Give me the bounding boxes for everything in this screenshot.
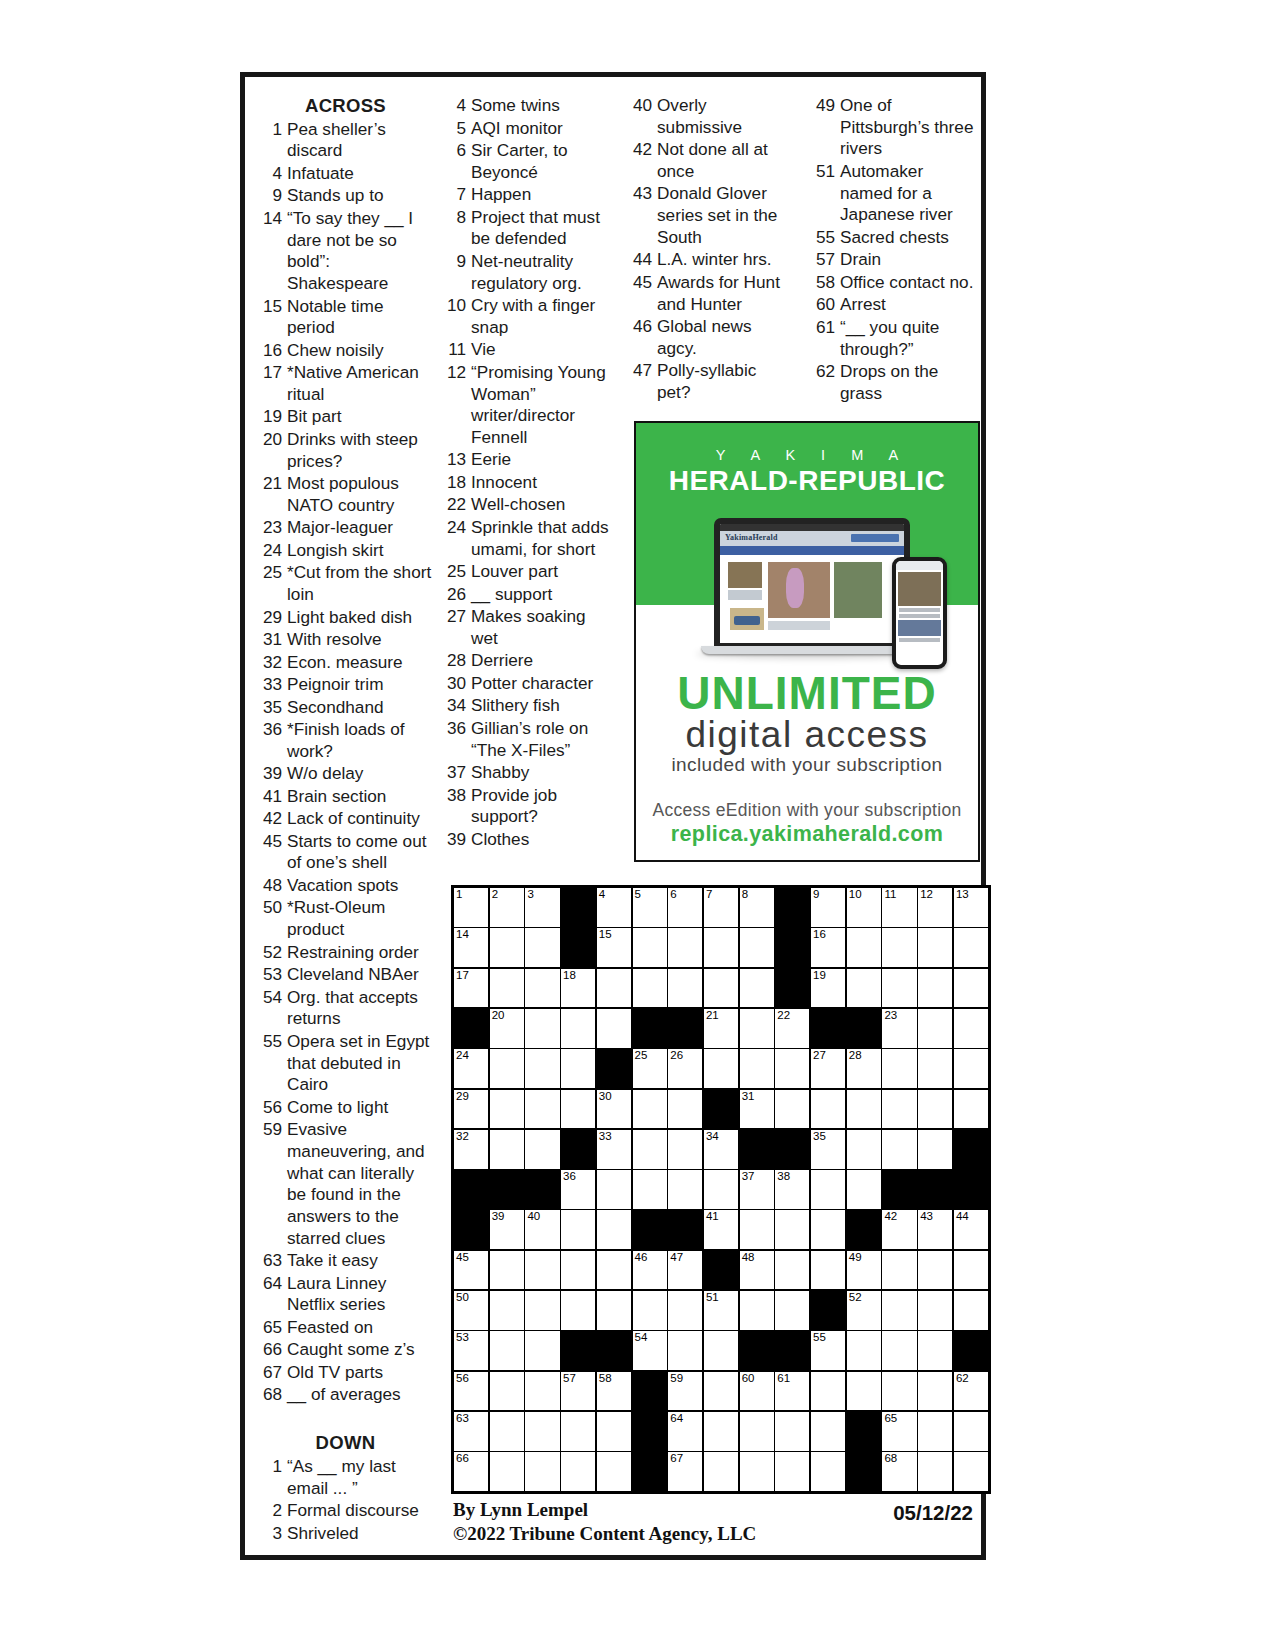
clue-number: 21 [255,473,287,516]
cell-r14c3[interactable] [525,1412,559,1451]
cell-r10c14[interactable] [918,1251,952,1290]
clue-text: Evasive maneuvering, and what can litera… [287,1119,436,1249]
cell-r5c1[interactable]: 24 [454,1049,488,1088]
cell-r4c14[interactable] [918,1009,952,1048]
site-logo-text: YakimaHerald [725,533,778,542]
clue-text: Org. that accepts returns [287,987,436,1030]
cell-r2c13[interactable] [882,928,916,967]
cell-r2c9[interactable] [740,928,774,967]
clue-text: Clothes [471,829,613,851]
cell-number-25: 25 [635,1049,648,1062]
cell-r10c4[interactable] [561,1251,595,1290]
cell-r10c2[interactable] [490,1251,524,1290]
cell-r8c4[interactable]: 36 [561,1170,595,1209]
cell-r1c8[interactable]: 7 [704,888,738,927]
subscription-ad: Y A K I M A HERALD-REPUBLIC YakimaHerald [634,421,980,862]
cell-number-42: 42 [884,1210,897,1223]
cell-r5c8[interactable] [704,1049,738,1088]
cell-r12c6[interactable]: 54 [633,1331,667,1370]
clue-text: Sprinkle that adds umami, for short [471,517,613,560]
cell-r8c12[interactable] [847,1170,881,1209]
cell-r15c4[interactable] [561,1452,595,1491]
cell-r15c15[interactable] [954,1452,988,1491]
clue-8: 8Project that must be defended [439,207,613,250]
cell-r6c6[interactable] [633,1090,667,1129]
cell-number-58: 58 [599,1372,612,1385]
cell-r10c7[interactable]: 47 [668,1251,702,1290]
clue-text: Net-neutrality regulatory org. [471,251,613,294]
news-photo-left [728,562,762,588]
cell-r4c3[interactable] [525,1009,559,1048]
clue-31: 31With resolve [255,629,436,651]
cell-r11c12[interactable]: 52 [847,1291,881,1330]
cell-r7c1[interactable]: 32 [454,1130,488,1169]
cell-r6c5[interactable]: 30 [597,1090,631,1129]
cell-r6c2[interactable] [490,1090,524,1129]
cell-r11c3[interactable] [525,1291,559,1330]
cell-number-24: 24 [456,1049,469,1062]
black-cell-r12c15 [954,1331,988,1370]
cell-r15c3[interactable] [525,1452,559,1491]
clue-text: Chew noisily [287,340,436,362]
cell-r3c2[interactable] [490,969,524,1008]
laptop-image: YakimaHerald [714,518,910,654]
cell-r11c10[interactable] [775,1291,809,1330]
cell-r10c11[interactable] [811,1251,845,1290]
clue-text: Automaker named for a Japanese river [840,161,979,226]
cell-r4c4[interactable] [561,1009,595,1048]
cell-r9c5[interactable] [597,1210,631,1249]
cell-r3c4[interactable]: 18 [561,969,595,1008]
cell-r10c5[interactable] [597,1251,631,1290]
cell-r5c12[interactable]: 28 [847,1049,881,1088]
clue-number: 6 [439,140,471,183]
clue-number: 43 [625,183,657,248]
clue-41: 41Brain section [255,786,436,808]
cell-r9c13[interactable]: 42 [882,1210,916,1249]
cell-r7c3[interactable] [525,1130,559,1169]
cell-r13c4[interactable]: 57 [561,1372,595,1411]
cell-r8c5[interactable] [597,1170,631,1209]
clue-number: 33 [255,674,287,696]
cell-r3c9[interactable] [740,969,774,1008]
cell-r4c8[interactable]: 21 [704,1009,738,1048]
clue-29: 29Light baked dish [255,607,436,629]
cell-r3c7[interactable] [668,969,702,1008]
cell-r9c11[interactable] [811,1210,845,1249]
cell-r13c5[interactable]: 58 [597,1372,631,1411]
cell-r9c4[interactable] [561,1210,595,1249]
cell-r6c12[interactable] [847,1090,881,1129]
cell-r4c15[interactable] [954,1009,988,1048]
cell-number-4: 4 [599,888,605,901]
cell-r3c14[interactable] [918,969,952,1008]
cell-r5c9[interactable] [740,1049,774,1088]
cell-r2c14[interactable] [918,928,952,967]
clue-65: 65Feasted on [255,1317,436,1339]
clue-18: 18Innocent [439,472,613,494]
clue-text: Longish skirt [287,540,436,562]
clue-text: “Promising Young Woman” writer/director … [471,362,613,449]
cell-r3c5[interactable] [597,969,631,1008]
cell-r5c4[interactable] [561,1049,595,1088]
clue-number: 49 [808,95,840,160]
cell-r7c8[interactable]: 34 [704,1130,738,1169]
black-cell-r8c3 [525,1170,559,1209]
cell-r9c14[interactable]: 43 [918,1210,952,1249]
cell-r12c8[interactable] [704,1331,738,1370]
cell-r15c2[interactable] [490,1452,524,1491]
cell-r6c15[interactable] [954,1090,988,1129]
cell-r11c9[interactable] [740,1291,774,1330]
clue-text: __ support [471,584,613,606]
cell-r11c4[interactable] [561,1291,595,1330]
phone-text-bar [899,614,940,618]
cell-number-7: 7 [706,888,712,901]
cell-r11c5[interactable] [597,1291,631,1330]
clue-42: 42Not done all at once [625,139,787,182]
cell-r1c9[interactable]: 8 [740,888,774,927]
cell-r14c10[interactable] [775,1412,809,1451]
cell-r10c10[interactable] [775,1251,809,1290]
cell-number-67: 67 [670,1452,683,1465]
cell-r5c15[interactable] [954,1049,988,1088]
cell-r15c8[interactable] [704,1452,738,1491]
cell-r9c3[interactable]: 40 [525,1210,559,1249]
cell-r13c3[interactable] [525,1372,559,1411]
clue-number: 24 [255,540,287,562]
clue-text: Drain [840,249,979,271]
cell-r2c12[interactable] [847,928,881,967]
clue-number: 37 [439,762,471,784]
clue-text: Starts to come out of one’s shell [287,831,436,874]
cell-r10c12[interactable]: 49 [847,1251,881,1290]
clue-text: Provide job support? [471,785,613,828]
cell-r13c11[interactable] [811,1372,845,1411]
cell-r9c8[interactable]: 41 [704,1210,738,1249]
cell-r13c7[interactable]: 59 [668,1372,702,1411]
laptop-screen: YakimaHerald [714,518,910,647]
newspaper-crossword-page: ACROSS1Pea sheller’s discard4Infatuate9S… [0,0,1265,1638]
cell-r4c9[interactable] [740,1009,774,1048]
cell-r4c10[interactable]: 22 [775,1009,809,1048]
cell-r4c13[interactable]: 23 [882,1009,916,1048]
clue-text: Old TV parts [287,1362,436,1384]
cell-r8c11[interactable] [811,1170,845,1209]
cell-r13c12[interactable] [847,1372,881,1411]
cell-r2c7[interactable] [668,928,702,967]
clue-number: 41 [255,786,287,808]
phone-text-bar [899,638,940,642]
black-cell-r1c10 [775,888,809,927]
cell-r15c10[interactable] [775,1452,809,1491]
clue-text: Donald Glover series set in the South [657,183,787,248]
cell-r14c4[interactable] [561,1412,595,1451]
cell-r6c1[interactable]: 29 [454,1090,488,1129]
cell-r3c3[interactable] [525,969,559,1008]
cell-number-12: 12 [920,888,933,901]
cell-r13c15[interactable]: 62 [954,1372,988,1411]
cell-r2c2[interactable] [490,928,524,967]
cell-r12c11[interactable]: 55 [811,1331,845,1370]
black-cell-r5c5 [597,1049,631,1088]
cell-number-55: 55 [813,1331,826,1344]
cell-r3c13[interactable] [882,969,916,1008]
cell-r14c2[interactable] [490,1412,524,1451]
cell-r2c1[interactable]: 14 [454,928,488,967]
clue-15: 15Notable time period [255,296,436,339]
cell-r13c10[interactable]: 61 [775,1372,809,1411]
clue-22: 22Well-chosen [439,494,613,516]
cell-r3c15[interactable] [954,969,988,1008]
news-caption-left [728,590,762,600]
cell-r13c9[interactable]: 60 [740,1372,774,1411]
cell-r5c7[interactable]: 26 [668,1049,702,1088]
clue-number: 32 [255,652,287,674]
black-cell-r4c12 [847,1009,881,1048]
cell-r15c5[interactable] [597,1452,631,1491]
cell-r8c10[interactable]: 38 [775,1170,809,1209]
cell-r5c11[interactable]: 27 [811,1049,845,1088]
clue-number: 30 [439,673,471,695]
cell-r15c7[interactable]: 67 [668,1452,702,1491]
clue-14: 14“To say they __ I dare not be so bold”… [255,208,436,295]
clue-text: Light baked dish [287,607,436,629]
news-photo-car [734,616,760,625]
cell-r4c5[interactable] [597,1009,631,1048]
cell-r2c11[interactable]: 16 [811,928,845,967]
cell-r7c13[interactable] [882,1130,916,1169]
cell-r8c7[interactable] [668,1170,702,1209]
cell-r14c8[interactable] [704,1412,738,1451]
clue-text: Drinks with steep prices? [287,429,436,472]
cell-r2c3[interactable] [525,928,559,967]
cell-r3c6[interactable] [633,969,667,1008]
cell-r10c9[interactable]: 48 [740,1251,774,1290]
cell-r1c11[interactable]: 9 [811,888,845,927]
cell-r1c13[interactable]: 11 [882,888,916,927]
cell-r15c9[interactable] [740,1452,774,1491]
cell-r13c1[interactable]: 56 [454,1372,488,1411]
cell-r10c13[interactable] [882,1251,916,1290]
cell-r12c2[interactable] [490,1331,524,1370]
clue-number: 47 [625,360,657,403]
black-cell-r9c12 [847,1210,881,1249]
clue-number: 65 [255,1317,287,1339]
clue-17: 17*Native American ritual [255,362,436,405]
cell-r5c2[interactable] [490,1049,524,1088]
clue-37: 37Shabby [439,762,613,784]
clue-number: 59 [255,1119,287,1249]
cell-r3c12[interactable] [847,969,881,1008]
ad-url-link[interactable]: replica.yakimaherald.com [636,822,978,847]
clue-number: 23 [255,517,287,539]
laptop-base [701,646,923,654]
cell-r9c10[interactable] [775,1210,809,1249]
cell-r1c2[interactable]: 2 [490,888,524,927]
clue-text: *Finish loads of work? [287,719,436,762]
cell-r15c1[interactable]: 66 [454,1452,488,1491]
cell-r11c6[interactable] [633,1291,667,1330]
clue-text: Overly submissive [657,95,787,138]
cell-r11c14[interactable] [918,1291,952,1330]
cell-r7c6[interactable] [633,1130,667,1169]
cell-r12c12[interactable] [847,1331,881,1370]
cell-r9c15[interactable]: 44 [954,1210,988,1249]
cell-r8c6[interactable] [633,1170,667,1209]
cell-r1c14[interactable]: 12 [918,888,952,927]
cell-r11c8[interactable]: 51 [704,1291,738,1330]
black-cell-r2c4 [561,928,595,967]
cell-r5c10[interactable] [775,1049,809,1088]
cell-number-53: 53 [456,1331,469,1344]
cell-r7c14[interactable] [918,1130,952,1169]
cell-r10c3[interactable] [525,1251,559,1290]
cell-r2c8[interactable] [704,928,738,967]
site-masthead: YakimaHerald [720,531,904,546]
cell-r14c7[interactable]: 64 [668,1412,702,1451]
cell-r2c5[interactable]: 15 [597,928,631,967]
ad-tagline: included with your subscription [636,754,978,776]
cell-r5c14[interactable] [918,1049,952,1088]
cell-r2c6[interactable] [633,928,667,967]
cell-r10c1[interactable]: 45 [454,1251,488,1290]
cell-r14c1[interactable]: 63 [454,1412,488,1451]
cell-r1c12[interactable]: 10 [847,888,881,927]
cell-r11c15[interactable] [954,1291,988,1330]
cell-r12c1[interactable]: 53 [454,1331,488,1370]
cell-r7c12[interactable] [847,1130,881,1169]
clue-column-1: ACROSS1Pea sheller’s discard4Infatuate9S… [255,95,436,1545]
cell-r15c11[interactable] [811,1452,845,1491]
clue-text: Opera set in Egypt that debuted in Cairo [287,1031,436,1096]
clue-36: 36Gillian’s role on “The X-Files” [439,718,613,761]
cell-r10c6[interactable]: 46 [633,1251,667,1290]
clue-number: 20 [255,429,287,472]
cell-r1c5[interactable]: 4 [597,888,631,927]
cell-r3c8[interactable] [704,969,738,1008]
cell-r11c13[interactable] [882,1291,916,1330]
cell-number-21: 21 [706,1009,719,1022]
cell-r6c9[interactable]: 31 [740,1090,774,1129]
clue-number: 3 [255,1523,287,1545]
cell-r14c14[interactable] [918,1412,952,1451]
clue-number: 39 [255,763,287,785]
cell-r7c11[interactable]: 35 [811,1130,845,1169]
cell-r13c13[interactable] [882,1372,916,1411]
cell-r12c7[interactable] [668,1331,702,1370]
clue-58: 58Office contact no. [808,272,979,294]
cell-r12c13[interactable] [882,1331,916,1370]
cell-r12c14[interactable] [918,1331,952,1370]
cell-r6c13[interactable] [882,1090,916,1129]
cell-r3c11[interactable]: 19 [811,969,845,1008]
cell-r6c14[interactable] [918,1090,952,1129]
cell-r7c5[interactable]: 33 [597,1130,631,1169]
cell-r9c2[interactable]: 39 [490,1210,524,1249]
cell-r13c2[interactable] [490,1372,524,1411]
cell-r6c11[interactable] [811,1090,845,1129]
cell-r14c15[interactable] [954,1412,988,1451]
cell-r6c10[interactable] [775,1090,809,1129]
cell-number-65: 65 [884,1412,897,1425]
cell-number-10: 10 [849,888,862,901]
cell-number-61: 61 [777,1372,790,1385]
cell-r14c11[interactable] [811,1412,845,1451]
clue-text: AQI monitor [471,118,613,140]
cell-r9c9[interactable] [740,1210,774,1249]
cell-r3c1[interactable]: 17 [454,969,488,1008]
cell-r11c2[interactable] [490,1291,524,1330]
cell-r10c15[interactable] [954,1251,988,1290]
cell-r11c7[interactable] [668,1291,702,1330]
cell-r1c1[interactable]: 1 [454,888,488,927]
cell-r13c8[interactable] [704,1372,738,1411]
clue-59: 59Evasive maneuvering, and what can lite… [255,1119,436,1249]
cell-r6c4[interactable] [561,1090,595,1129]
cell-number-14: 14 [456,928,469,941]
clue-number: 42 [625,139,657,182]
clue-number: 61 [808,317,840,360]
clue-13: 13Eerie [439,449,613,471]
clue-25: 25Louver part [439,561,613,583]
cell-number-22: 22 [777,1009,790,1022]
clue-text: *Native American ritual [287,362,436,405]
cell-r2c15[interactable] [954,928,988,967]
cell-r11c1[interactable]: 50 [454,1291,488,1330]
cell-r14c13[interactable]: 65 [882,1412,916,1451]
cell-r1c7[interactable]: 6 [668,888,702,927]
cell-r14c5[interactable] [597,1412,631,1451]
clue-number: 11 [439,339,471,361]
clue-number: 48 [255,875,287,897]
cell-r12c3[interactable] [525,1331,559,1370]
clue-26: 26__ support [439,584,613,606]
black-cell-r8c14 [918,1170,952,1209]
clue-number: 5 [439,118,471,140]
clue-number: 64 [255,1273,287,1316]
black-cell-r11c11 [811,1291,845,1330]
cell-r6c3[interactable] [525,1090,559,1129]
clue-39: 39Clothes [439,829,613,851]
cell-r1c6[interactable]: 5 [633,888,667,927]
cell-r14c9[interactable] [740,1412,774,1451]
cell-r5c3[interactable] [525,1049,559,1088]
cell-r8c9[interactable]: 37 [740,1170,774,1209]
cell-r6c7[interactable] [668,1090,702,1129]
cell-r15c14[interactable] [918,1452,952,1491]
cell-r4c2[interactable]: 20 [490,1009,524,1048]
cell-r7c2[interactable] [490,1130,524,1169]
cell-r5c13[interactable] [882,1049,916,1088]
cell-r15c13[interactable]: 68 [882,1452,916,1491]
clue-number: 57 [808,249,840,271]
puzzle-box: ACROSS1Pea sheller’s discard4Infatuate9S… [240,72,986,1560]
cell-r5c6[interactable]: 25 [633,1049,667,1088]
clue-text: Laura Linney Netflix series [287,1273,436,1316]
cell-r1c3[interactable]: 3 [525,888,559,927]
clue-number: 55 [808,227,840,249]
clue-text: Caught some z’s [287,1339,436,1361]
cell-r7c7[interactable] [668,1130,702,1169]
cell-r1c15[interactable]: 13 [954,888,988,927]
cell-number-46: 46 [635,1251,648,1264]
clue-number: 60 [808,294,840,316]
cell-r13c14[interactable] [918,1372,952,1411]
black-cell-r4c6 [633,1009,667,1048]
cell-r8c8[interactable] [704,1170,738,1209]
clue-number: 66 [255,1339,287,1361]
